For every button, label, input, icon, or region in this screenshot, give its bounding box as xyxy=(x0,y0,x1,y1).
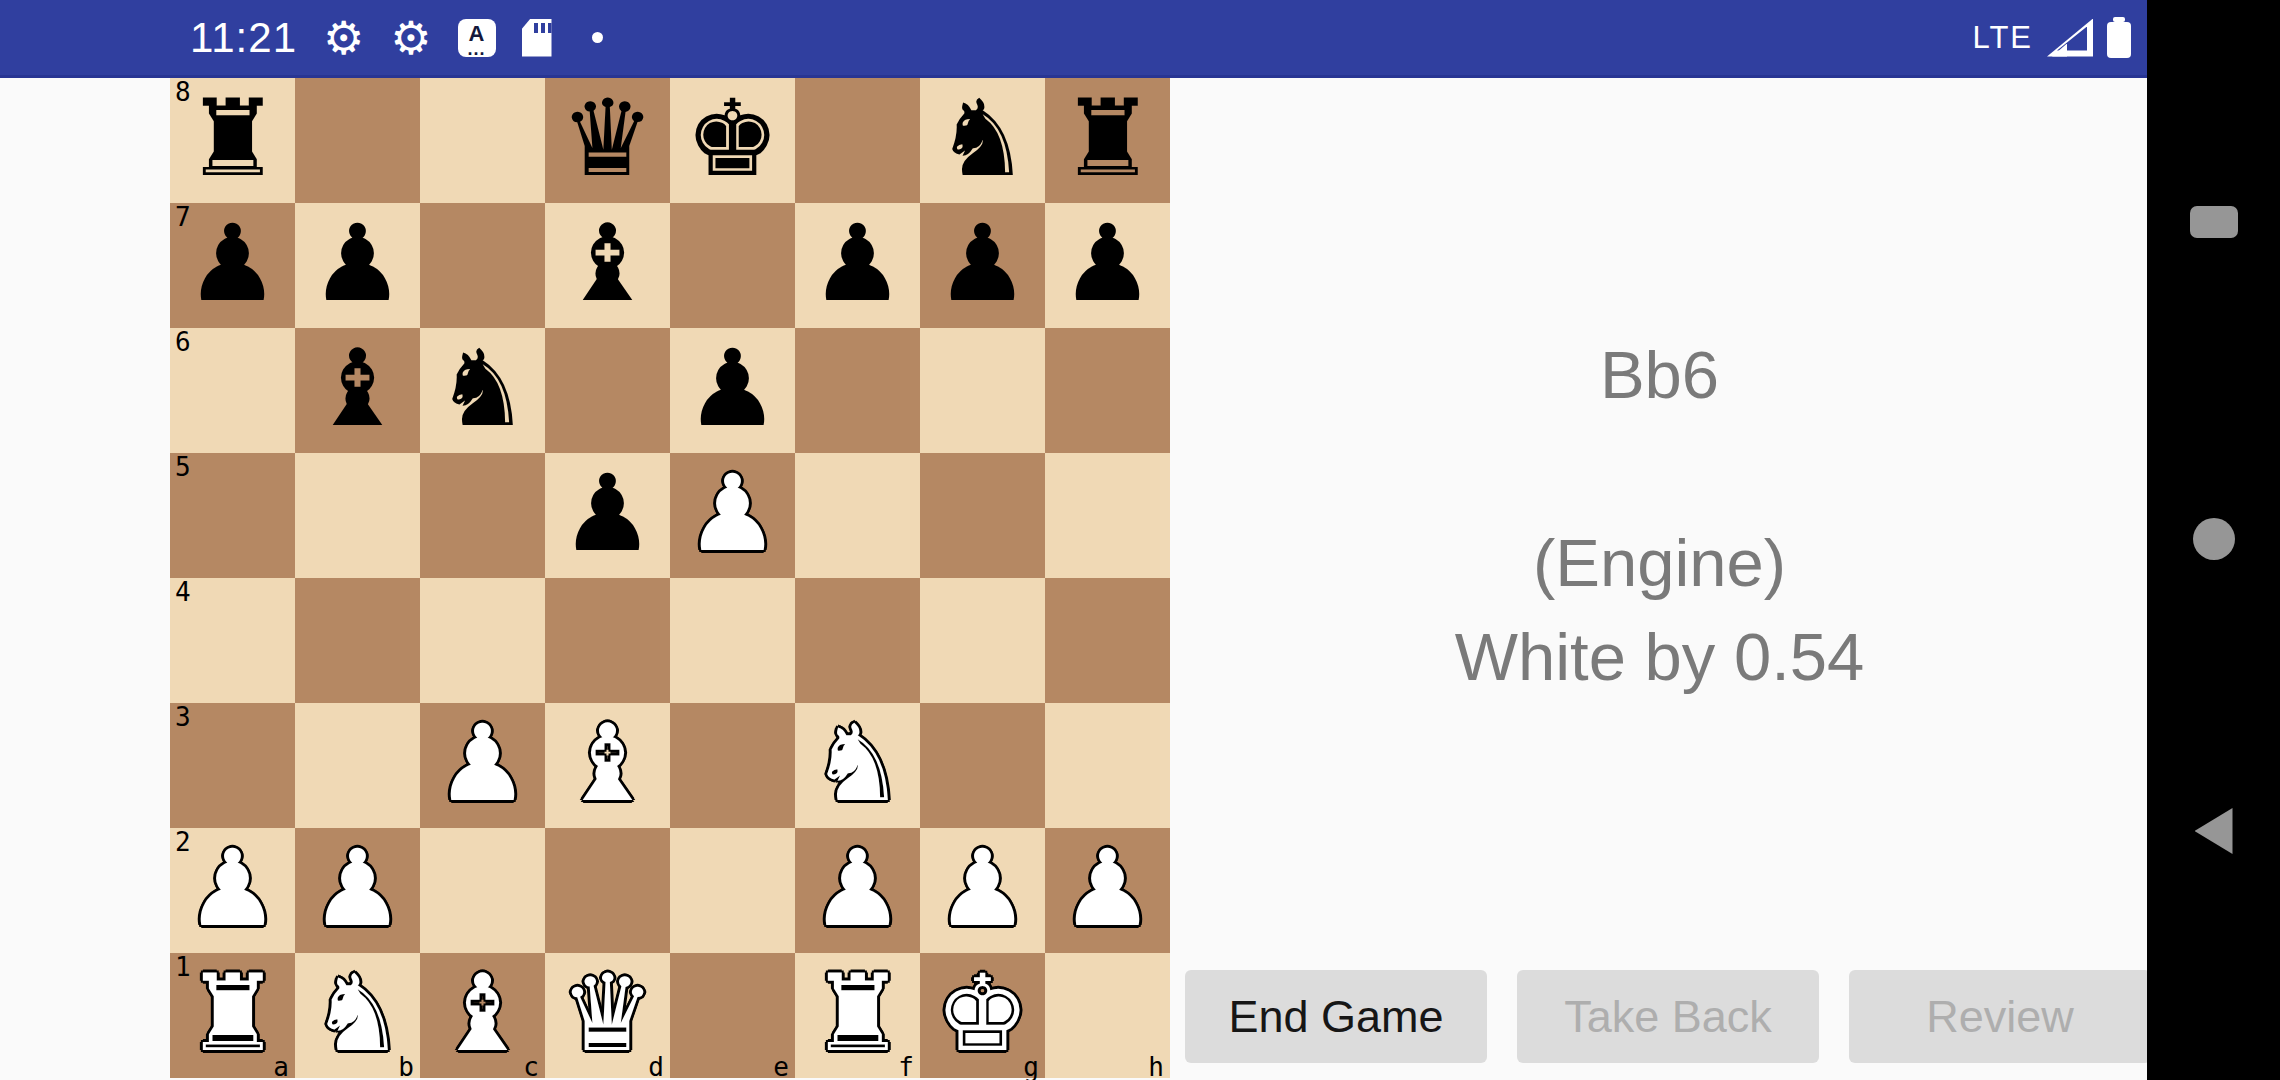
piece-white-pawn: ♟ xyxy=(795,828,920,953)
home-icon[interactable] xyxy=(2193,518,2235,560)
status-bar-left: 11:21 ⚙ ⚙ A... xyxy=(190,14,629,62)
panel-spacer xyxy=(1172,422,2147,516)
square-g4[interactable] xyxy=(920,578,1045,703)
piece-black-pawn: ♟ xyxy=(545,453,670,578)
piece-black-pawn: ♟ xyxy=(1045,203,1170,328)
keyboard-a-icon: A... xyxy=(458,19,496,57)
square-a1[interactable]: 1a♜ xyxy=(170,953,295,1078)
square-d1[interactable]: d♛ xyxy=(545,953,670,1078)
square-d3[interactable]: ♝ xyxy=(545,703,670,828)
gear-icon: ⚙ xyxy=(323,15,364,61)
signal-triangle-icon xyxy=(2047,19,2093,57)
square-d4[interactable] xyxy=(545,578,670,703)
square-a7[interactable]: 7♟ xyxy=(170,203,295,328)
square-h6[interactable] xyxy=(1045,328,1170,453)
square-c8[interactable] xyxy=(420,78,545,203)
square-e2[interactable] xyxy=(670,828,795,953)
square-c6[interactable]: ♞ xyxy=(420,328,545,453)
rank-label: 5 xyxy=(175,454,191,481)
square-g5[interactable] xyxy=(920,453,1045,578)
square-e7[interactable] xyxy=(670,203,795,328)
square-a6[interactable]: 6 xyxy=(170,328,295,453)
piece-black-knight: ♞ xyxy=(920,78,1045,203)
file-label: h xyxy=(1148,1054,1164,1080)
piece-white-pawn: ♟ xyxy=(420,703,545,828)
square-b7[interactable]: ♟ xyxy=(295,203,420,328)
navigation-bar xyxy=(2147,0,2280,1080)
piece-black-rook: ♜ xyxy=(1045,78,1170,203)
back-icon[interactable] xyxy=(2195,808,2233,854)
square-h1[interactable]: h xyxy=(1045,953,1170,1078)
square-f8[interactable] xyxy=(795,78,920,203)
file-label: e xyxy=(773,1054,789,1080)
square-e3[interactable] xyxy=(670,703,795,828)
piece-white-pawn: ♟ xyxy=(295,828,420,953)
square-d8[interactable]: ♛ xyxy=(545,78,670,203)
square-b4[interactable] xyxy=(295,578,420,703)
piece-white-pawn: ♟ xyxy=(170,828,295,953)
square-b1[interactable]: b♞ xyxy=(295,953,420,1078)
piece-black-pawn: ♟ xyxy=(920,203,1045,328)
piece-white-queen: ♛ xyxy=(545,953,670,1078)
square-a3[interactable]: 3 xyxy=(170,703,295,828)
square-f2[interactable]: ♟ xyxy=(795,828,920,953)
square-f7[interactable]: ♟ xyxy=(795,203,920,328)
square-b6[interactable]: ♝ xyxy=(295,328,420,453)
status-bar-right: LTE xyxy=(1958,18,2131,58)
square-e1[interactable]: e xyxy=(670,953,795,1078)
piece-black-knight: ♞ xyxy=(420,328,545,453)
engine-panel: Bb6 (Engine) White by 0.54 xyxy=(1172,328,2147,704)
square-g7[interactable]: ♟ xyxy=(920,203,1045,328)
square-c5[interactable] xyxy=(420,453,545,578)
piece-black-pawn: ♟ xyxy=(295,203,420,328)
review-button[interactable]: Review xyxy=(1849,970,2151,1063)
piece-white-king: ♚ xyxy=(920,953,1045,1078)
piece-white-knight: ♞ xyxy=(795,703,920,828)
square-b5[interactable] xyxy=(295,453,420,578)
last-move-text: Bb6 xyxy=(1172,328,2147,422)
piece-black-rook: ♜ xyxy=(170,78,295,203)
square-g1[interactable]: g♚ xyxy=(920,953,1045,1078)
square-d7[interactable]: ♝ xyxy=(545,203,670,328)
piece-white-bishop: ♝ xyxy=(545,703,670,828)
piece-white-knight: ♞ xyxy=(295,953,420,1078)
square-h2[interactable]: ♟ xyxy=(1045,828,1170,953)
square-c4[interactable] xyxy=(420,578,545,703)
piece-black-queen: ♛ xyxy=(545,78,670,203)
rank-label: 4 xyxy=(175,579,191,606)
end-game-button[interactable]: End Game xyxy=(1185,970,1487,1063)
piece-white-rook: ♜ xyxy=(795,953,920,1078)
chess-board: 8♜♛♚♞♜7♟♟♝♟♟♟6♝♞♟5♟♟43♟♝♞2♟♟♟♟♟1a♜b♞c♝d♛… xyxy=(170,78,1170,1078)
piece-black-bishop: ♝ xyxy=(545,203,670,328)
square-g6[interactable] xyxy=(920,328,1045,453)
piece-black-bishop: ♝ xyxy=(295,328,420,453)
piece-white-pawn: ♟ xyxy=(670,453,795,578)
square-f1[interactable]: f♜ xyxy=(795,953,920,1078)
piece-white-pawn: ♟ xyxy=(1045,828,1170,953)
square-f5[interactable] xyxy=(795,453,920,578)
clock: 11:21 xyxy=(190,14,297,62)
square-g8[interactable]: ♞ xyxy=(920,78,1045,203)
square-g2[interactable]: ♟ xyxy=(920,828,1045,953)
square-d2[interactable] xyxy=(545,828,670,953)
square-h4[interactable] xyxy=(1045,578,1170,703)
piece-black-king: ♚ xyxy=(670,78,795,203)
square-a5[interactable]: 5 xyxy=(170,453,295,578)
square-f4[interactable] xyxy=(795,578,920,703)
gear-icon: ⚙ xyxy=(390,15,431,61)
evaluation-text: White by 0.54 xyxy=(1172,610,2147,704)
take-back-button[interactable]: Take Back xyxy=(1517,970,1819,1063)
piece-black-pawn: ♟ xyxy=(170,203,295,328)
square-e8[interactable]: ♚ xyxy=(670,78,795,203)
status-bar: 11:21 ⚙ ⚙ A... LTE xyxy=(0,0,2147,78)
piece-white-pawn: ♟ xyxy=(920,828,1045,953)
square-c7[interactable] xyxy=(420,203,545,328)
rank-label: 6 xyxy=(175,329,191,356)
square-e6[interactable]: ♟ xyxy=(670,328,795,453)
square-e5[interactable]: ♟ xyxy=(670,453,795,578)
square-c2[interactable] xyxy=(420,828,545,953)
piece-black-pawn: ♟ xyxy=(670,328,795,453)
square-a2[interactable]: 2♟ xyxy=(170,828,295,953)
square-c3[interactable]: ♟ xyxy=(420,703,545,828)
recents-icon[interactable] xyxy=(2190,206,2238,238)
square-b8[interactable] xyxy=(295,78,420,203)
rank-label: 3 xyxy=(175,704,191,731)
engine-label: (Engine) xyxy=(1172,516,2147,610)
sd-card-icon xyxy=(522,19,552,57)
square-b2[interactable]: ♟ xyxy=(295,828,420,953)
square-f6[interactable] xyxy=(795,328,920,453)
square-h5[interactable] xyxy=(1045,453,1170,578)
square-b3[interactable] xyxy=(295,703,420,828)
square-h8[interactable]: ♜ xyxy=(1045,78,1170,203)
square-e4[interactable] xyxy=(670,578,795,703)
action-buttons: End Game Take Back Review xyxy=(1185,970,2151,1063)
square-h7[interactable]: ♟ xyxy=(1045,203,1170,328)
piece-white-bishop: ♝ xyxy=(420,953,545,1078)
piece-black-pawn: ♟ xyxy=(795,203,920,328)
notification-dot-icon xyxy=(592,32,603,43)
square-f3[interactable]: ♞ xyxy=(795,703,920,828)
square-c1[interactable]: c♝ xyxy=(420,953,545,1078)
square-a4[interactable]: 4 xyxy=(170,578,295,703)
square-h3[interactable] xyxy=(1045,703,1170,828)
piece-white-rook: ♜ xyxy=(170,953,295,1078)
square-a8[interactable]: 8♜ xyxy=(170,78,295,203)
network-type-label: LTE xyxy=(1972,20,2033,56)
square-g3[interactable] xyxy=(920,703,1045,828)
battery-full-icon xyxy=(2107,22,2131,58)
square-d6[interactable] xyxy=(545,328,670,453)
square-d5[interactable]: ♟ xyxy=(545,453,670,578)
keyboard-a-dots: ... xyxy=(467,45,485,53)
